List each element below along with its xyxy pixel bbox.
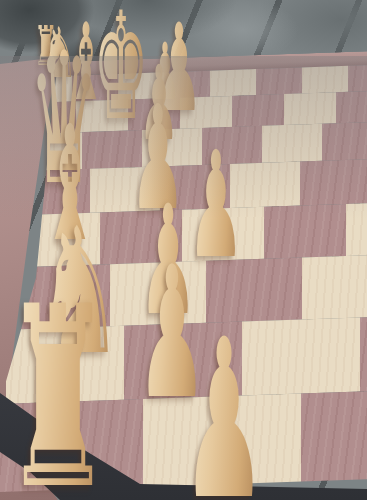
piece-white-rook-a1: ♜ <box>4 275 113 500</box>
pieces-layer: ♜♞♝♟♟♚♟♛♟♝♟♟♞♟♜♟ <box>0 0 367 500</box>
chess-board-photo: ♜♞♝♟♟♚♟♛♟♝♟♟♞♟♜♟ <box>0 0 367 500</box>
piece-white-pawn-a2: ♟ <box>181 311 266 500</box>
